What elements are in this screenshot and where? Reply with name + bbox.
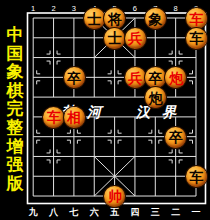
file-label-bottom: 五 <box>110 207 120 217</box>
app-title-char: 棋 <box>2 82 28 101</box>
piece-black-象[interactable]: 象 <box>145 8 166 29</box>
piece-black-卒[interactable]: 卒 <box>145 67 166 88</box>
piece-black-卒[interactable]: 卒 <box>165 127 186 148</box>
piece-red-帅[interactable]: 帅 <box>104 186 125 207</box>
piece-black-卒[interactable]: 卒 <box>64 67 85 88</box>
piece-red-车[interactable]: 车 <box>43 107 64 128</box>
piece-red-炮[interactable]: 炮 <box>165 67 186 88</box>
app-title-char: 强 <box>2 156 28 175</box>
piece-black-将[interactable]: 将 <box>104 8 125 29</box>
piece-black-车[interactable]: 车 <box>186 28 207 49</box>
xiangqi-app-window: 中国象棋完整增强版 123456789九八七六五四三二一楚河汉界 士将象车士兵车… <box>0 0 210 220</box>
file-label-bottom: 三 <box>151 207 160 217</box>
piece-black-士[interactable]: 士 <box>104 28 125 49</box>
file-label-bottom: 一 <box>192 207 201 217</box>
app-title-char: 完 <box>2 100 28 119</box>
app-title-char: 象 <box>2 63 28 82</box>
board-grid[interactable]: 士将象车士兵车卒兵卒炮炮车相卒车帅 <box>23 8 206 206</box>
piece-red-车[interactable]: 车 <box>186 8 207 29</box>
app-title-char: 国 <box>2 45 28 64</box>
piece-red-兵[interactable]: 兵 <box>125 28 146 49</box>
app-title-char: 版 <box>2 175 28 194</box>
file-label-bottom: 六 <box>89 207 99 217</box>
app-title-char: 整 <box>2 119 28 138</box>
piece-black-车[interactable]: 车 <box>186 166 207 187</box>
piece-red-兵[interactable]: 兵 <box>125 67 146 88</box>
app-title-char: 中 <box>2 26 28 45</box>
app-title-vertical: 中国象棋完整增强版 <box>2 26 28 193</box>
file-label-bottom: 九 <box>28 207 38 217</box>
file-label-bottom: 四 <box>130 207 139 217</box>
piece-black-士[interactable]: 士 <box>84 8 105 29</box>
piece-black-炮[interactable]: 炮 <box>145 87 166 108</box>
file-label-bottom: 二 <box>171 207 180 217</box>
app-title-char: 增 <box>2 138 28 157</box>
file-label-bottom: 八 <box>48 207 59 217</box>
piece-red-相[interactable]: 相 <box>64 107 85 128</box>
file-label-bottom: 七 <box>68 207 78 217</box>
